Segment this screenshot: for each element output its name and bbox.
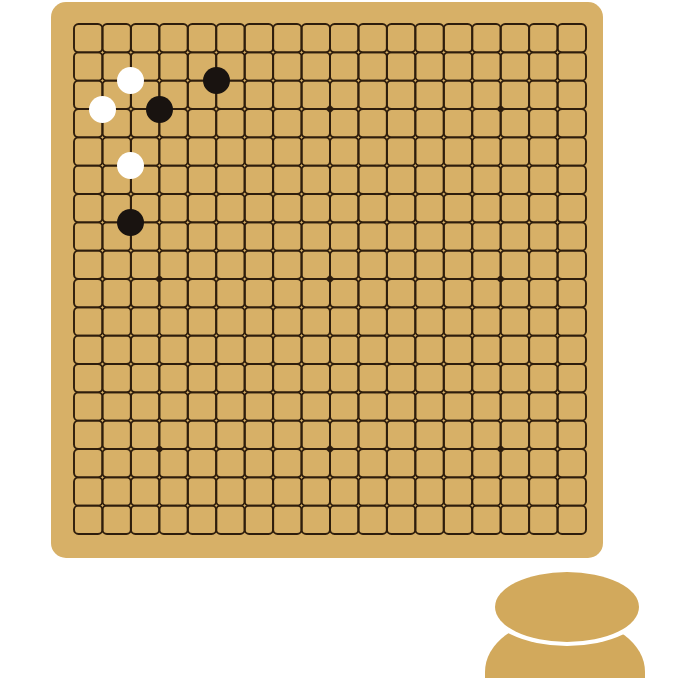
stone-black-F17[interactable]: [203, 67, 230, 94]
bowl-lid: [495, 572, 639, 642]
stone-white-C17[interactable]: [117, 67, 144, 94]
stone-white-B16[interactable]: [89, 96, 116, 123]
stone-white-C14[interactable]: [117, 152, 144, 179]
stone-black-C12[interactable]: [117, 209, 144, 236]
stone-bowl[interactable]: [483, 567, 647, 678]
stones-layer: [51, 2, 603, 558]
go-board[interactable]: [51, 2, 603, 558]
stone-black-D16[interactable]: [146, 96, 173, 123]
